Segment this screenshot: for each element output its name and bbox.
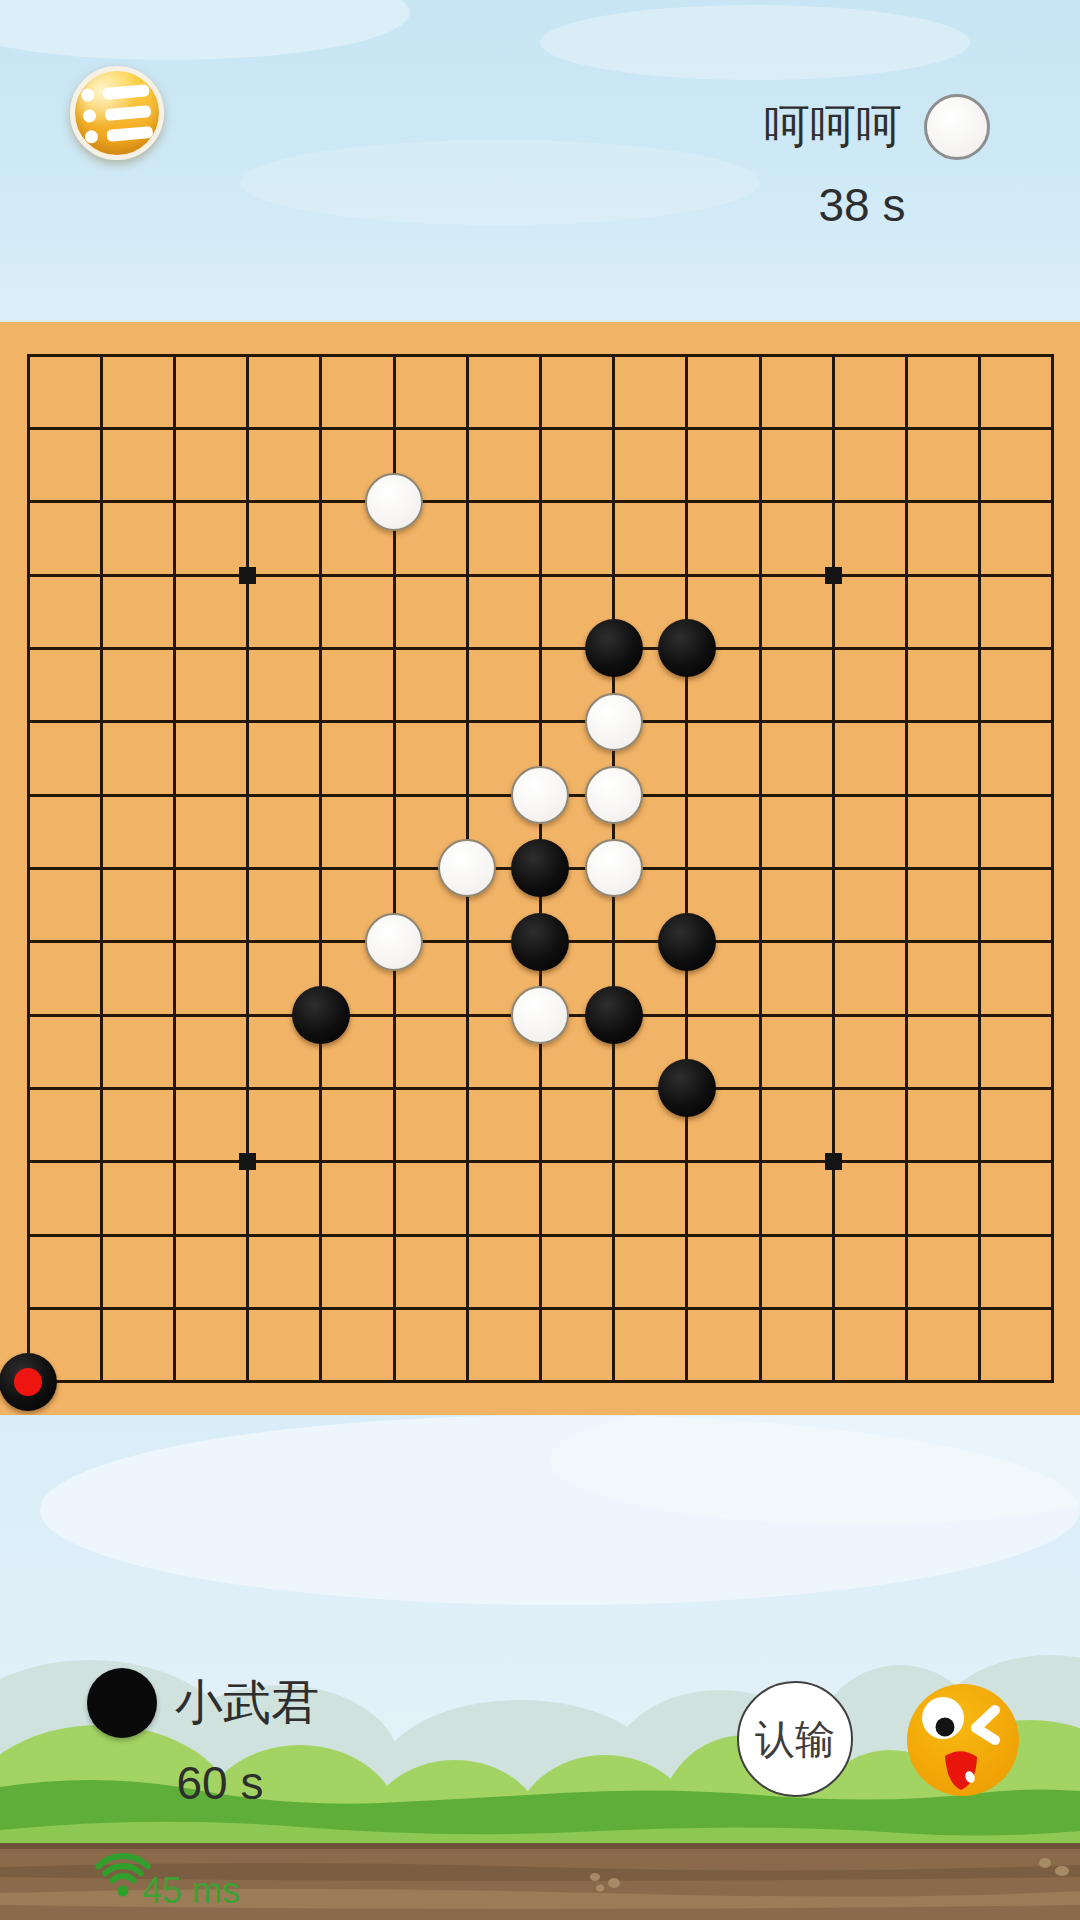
emoji-button[interactable] xyxy=(907,1684,1019,1796)
sky-background-top xyxy=(0,0,1080,322)
stone-black xyxy=(658,619,716,677)
resign-button[interactable]: 认输 xyxy=(737,1681,853,1797)
latency-label: 45 ms xyxy=(142,1870,240,1912)
stone-white xyxy=(585,839,643,897)
stone-black xyxy=(658,913,716,971)
stone-black xyxy=(585,619,643,677)
stone-white xyxy=(585,693,643,751)
stone-black xyxy=(511,839,569,897)
stone-black xyxy=(658,1059,716,1117)
stone-white xyxy=(585,766,643,824)
stone-black xyxy=(0,1353,57,1411)
player-name: 小武君 xyxy=(175,1671,319,1735)
stone-white xyxy=(438,839,496,897)
player-timer: 60 s xyxy=(140,1756,300,1810)
last-move-marker xyxy=(14,1368,42,1396)
stone-white xyxy=(365,913,423,971)
stone-white xyxy=(365,473,423,531)
stone-white xyxy=(511,766,569,824)
menu-button[interactable] xyxy=(70,66,164,160)
resign-label: 认输 xyxy=(755,1712,835,1767)
player-info: 小武君 xyxy=(87,1668,319,1738)
cloud xyxy=(540,5,970,80)
stone-black xyxy=(292,986,350,1044)
stone-black xyxy=(585,986,643,1044)
board-grid[interactable] xyxy=(0,322,1080,1415)
wink-tongue-emoji-icon xyxy=(907,1684,1019,1796)
menu-list-icon xyxy=(81,83,154,144)
gomoku-board[interactable] xyxy=(0,322,1080,1415)
opponent-timer: 38 s xyxy=(762,178,962,232)
stone-black xyxy=(511,913,569,971)
black-stone-avatar xyxy=(87,1668,157,1738)
stone-white xyxy=(511,986,569,1044)
game-screen: 呵呵呵 38 s 小武君 60 s 认输 45 xyxy=(0,0,1080,1920)
cloud xyxy=(240,140,760,225)
white-stone-avatar xyxy=(924,94,990,160)
opponent-name: 呵呵呵 xyxy=(764,96,902,158)
cloud xyxy=(0,0,410,60)
opponent-info: 呵呵呵 xyxy=(764,94,990,160)
